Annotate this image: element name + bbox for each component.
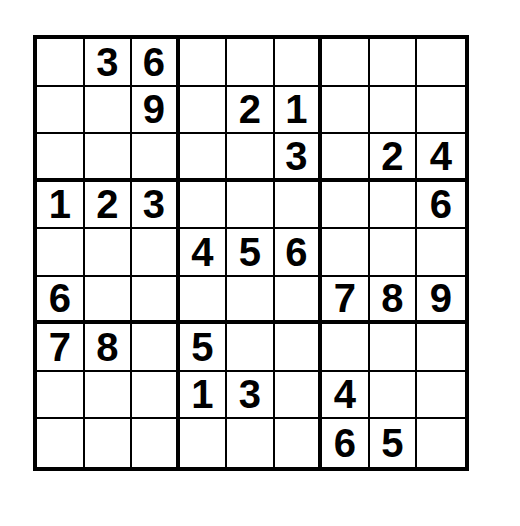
sudoku-page: 369213241236456678978513465 — [0, 0, 520, 526]
cell-r6c3-empty[interactable] — [132, 277, 180, 325]
cell-r7c1-given-7: 7 — [37, 324, 85, 372]
cell-r8c9-empty[interactable] — [417, 372, 465, 420]
cell-r4c6-empty[interactable] — [275, 182, 323, 230]
cell-r5c5-given-5: 5 — [227, 229, 275, 277]
cell-r4c5-empty[interactable] — [227, 182, 275, 230]
cell-r5c1-empty[interactable] — [37, 229, 85, 277]
cell-r4c9-given-6: 6 — [417, 182, 465, 230]
cell-r3c2-empty[interactable] — [85, 134, 133, 182]
cell-r1c9-empty[interactable] — [417, 39, 465, 87]
cell-r1c4-empty[interactable] — [180, 39, 228, 87]
cell-r6c4-empty[interactable] — [180, 277, 228, 325]
cell-r4c8-empty[interactable] — [370, 182, 418, 230]
cell-r9c7-given-6: 6 — [322, 419, 370, 467]
cell-r5c8-empty[interactable] — [370, 229, 418, 277]
cell-r2c5-given-2: 2 — [227, 87, 275, 135]
cell-r3c8-given-2: 2 — [370, 134, 418, 182]
cell-r4c4-empty[interactable] — [180, 182, 228, 230]
cell-r8c8-empty[interactable] — [370, 372, 418, 420]
cell-r8c1-empty[interactable] — [37, 372, 85, 420]
cell-r7c3-empty[interactable] — [132, 324, 180, 372]
cell-r2c3-given-9: 9 — [132, 87, 180, 135]
cell-r7c5-empty[interactable] — [227, 324, 275, 372]
cell-r1c2-given-3: 3 — [85, 39, 133, 87]
cell-r6c9-given-9: 9 — [417, 277, 465, 325]
cell-r5c2-empty[interactable] — [85, 229, 133, 277]
cell-r7c2-given-8: 8 — [85, 324, 133, 372]
cell-r6c7-given-7: 7 — [322, 277, 370, 325]
cell-r9c4-empty[interactable] — [180, 419, 228, 467]
cell-r7c8-empty[interactable] — [370, 324, 418, 372]
cell-r8c3-empty[interactable] — [132, 372, 180, 420]
cell-r2c4-empty[interactable] — [180, 87, 228, 135]
cell-r3c3-empty[interactable] — [132, 134, 180, 182]
cell-r6c5-empty[interactable] — [227, 277, 275, 325]
cell-r9c2-empty[interactable] — [85, 419, 133, 467]
cell-r9c1-empty[interactable] — [37, 419, 85, 467]
cell-r2c7-empty[interactable] — [322, 87, 370, 135]
cell-r8c5-given-3: 3 — [227, 372, 275, 420]
cell-r2c9-empty[interactable] — [417, 87, 465, 135]
cell-r3c1-empty[interactable] — [37, 134, 85, 182]
cell-r7c4-given-5: 5 — [180, 324, 228, 372]
cell-r1c5-empty[interactable] — [227, 39, 275, 87]
cell-r7c6-empty[interactable] — [275, 324, 323, 372]
cell-r1c7-empty[interactable] — [322, 39, 370, 87]
cell-r2c1-empty[interactable] — [37, 87, 85, 135]
cell-r6c6-empty[interactable] — [275, 277, 323, 325]
cell-r4c2-given-2: 2 — [85, 182, 133, 230]
cell-r9c3-empty[interactable] — [132, 419, 180, 467]
cell-r4c1-given-1: 1 — [37, 182, 85, 230]
cell-r9c9-empty[interactable] — [417, 419, 465, 467]
cell-r9c5-empty[interactable] — [227, 419, 275, 467]
cell-r5c6-given-6: 6 — [275, 229, 323, 277]
cell-r5c7-empty[interactable] — [322, 229, 370, 277]
cell-r6c2-empty[interactable] — [85, 277, 133, 325]
cell-r8c4-given-1: 1 — [180, 372, 228, 420]
cell-r1c6-empty[interactable] — [275, 39, 323, 87]
cell-r5c3-empty[interactable] — [132, 229, 180, 277]
cell-r8c6-empty[interactable] — [275, 372, 323, 420]
cell-r9c6-empty[interactable] — [275, 419, 323, 467]
cell-r4c7-empty[interactable] — [322, 182, 370, 230]
cell-r8c7-given-4: 4 — [322, 372, 370, 420]
cell-r4c3-given-3: 3 — [132, 182, 180, 230]
cell-r5c9-empty[interactable] — [417, 229, 465, 277]
cell-r3c6-given-3: 3 — [275, 134, 323, 182]
cell-r3c4-empty[interactable] — [180, 134, 228, 182]
cell-r1c8-empty[interactable] — [370, 39, 418, 87]
cell-r2c8-empty[interactable] — [370, 87, 418, 135]
cell-r2c2-empty[interactable] — [85, 87, 133, 135]
cell-r8c2-empty[interactable] — [85, 372, 133, 420]
cell-r3c7-empty[interactable] — [322, 134, 370, 182]
cell-r3c9-given-4: 4 — [417, 134, 465, 182]
cell-r7c7-empty[interactable] — [322, 324, 370, 372]
cell-r5c4-given-4: 4 — [180, 229, 228, 277]
cell-r1c1-empty[interactable] — [37, 39, 85, 87]
cell-r7c9-empty[interactable] — [417, 324, 465, 372]
cell-r1c3-given-6: 6 — [132, 39, 180, 87]
cell-r2c6-given-1: 1 — [275, 87, 323, 135]
cell-r6c8-given-8: 8 — [370, 277, 418, 325]
cell-r9c8-given-5: 5 — [370, 419, 418, 467]
sudoku-board: 369213241236456678978513465 — [33, 35, 469, 471]
cell-r6c1-given-6: 6 — [37, 277, 85, 325]
cell-r3c5-empty[interactable] — [227, 134, 275, 182]
